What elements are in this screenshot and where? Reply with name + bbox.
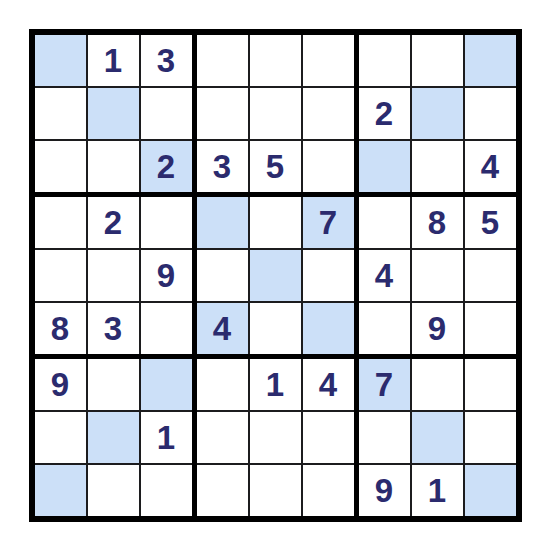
cell-r2c8[interactable]	[412, 88, 463, 139]
given-digit: 2	[157, 150, 175, 183]
cell-r2c9[interactable]	[465, 88, 516, 139]
cell-r6c6[interactable]	[303, 303, 354, 354]
cell-r2c5[interactable]	[250, 88, 301, 139]
cell-r6c1[interactable]: 8	[35, 303, 86, 354]
cell-r5c8[interactable]	[412, 250, 463, 301]
cell-r8c3[interactable]: 1	[141, 412, 192, 463]
given-digit: 9	[375, 474, 393, 507]
cell-r7c4[interactable]	[197, 359, 248, 410]
cell-r6c9[interactable]	[465, 303, 516, 354]
cell-r9c9[interactable]	[465, 465, 516, 516]
cell-r4c8[interactable]: 8	[412, 197, 463, 248]
cell-r1c2[interactable]: 1	[88, 35, 139, 86]
cell-r1c6[interactable]	[303, 35, 354, 86]
cell-r4c6[interactable]: 7	[303, 197, 354, 248]
box-2-2: 74	[197, 197, 354, 354]
cell-r9c8[interactable]: 1	[412, 465, 463, 516]
cell-r2c2[interactable]	[88, 88, 139, 139]
cell-r5c1[interactable]	[35, 250, 86, 301]
cell-r8c2[interactable]	[88, 412, 139, 463]
cell-r5c4[interactable]	[197, 250, 248, 301]
cell-r1c8[interactable]	[412, 35, 463, 86]
cell-r3c6[interactable]	[303, 141, 354, 192]
cell-r8c5[interactable]	[250, 412, 301, 463]
cell-r1c9[interactable]	[465, 35, 516, 86]
given-digit: 8	[51, 312, 69, 345]
box-1-3: 24	[359, 35, 516, 192]
cell-r3c9[interactable]: 4	[465, 141, 516, 192]
given-digit: 4	[481, 150, 499, 183]
cell-r3c8[interactable]	[412, 141, 463, 192]
given-digit: 9	[51, 368, 69, 401]
given-digit: 5	[481, 206, 499, 239]
cell-r6c7[interactable]	[359, 303, 410, 354]
cell-r6c3[interactable]	[141, 303, 192, 354]
cell-r7c2[interactable]	[88, 359, 139, 410]
cell-r7c5[interactable]: 1	[250, 359, 301, 410]
page: 132352429837485499114791	[0, 0, 550, 550]
cell-r3c3[interactable]: 2	[141, 141, 192, 192]
given-digit: 2	[375, 97, 393, 130]
cell-r3c4[interactable]: 3	[197, 141, 248, 192]
cell-r4c2[interactable]: 2	[88, 197, 139, 248]
cell-r9c2[interactable]	[88, 465, 139, 516]
cell-r1c3[interactable]: 3	[141, 35, 192, 86]
cell-r5c3[interactable]: 9	[141, 250, 192, 301]
given-digit: 1	[266, 368, 284, 401]
cell-r7c3[interactable]	[141, 359, 192, 410]
given-digit: 4	[213, 312, 231, 345]
cell-r7c6[interactable]: 4	[303, 359, 354, 410]
cell-r2c7[interactable]: 2	[359, 88, 410, 139]
cell-r9c4[interactable]	[197, 465, 248, 516]
cell-r4c7[interactable]	[359, 197, 410, 248]
box-3-1: 91	[35, 359, 192, 516]
cell-r9c3[interactable]	[141, 465, 192, 516]
cell-r5c2[interactable]	[88, 250, 139, 301]
cell-r6c4[interactable]: 4	[197, 303, 248, 354]
given-digit: 7	[375, 368, 393, 401]
given-digit: 5	[266, 150, 284, 183]
box-1-2: 35	[197, 35, 354, 192]
cell-r7c7[interactable]: 7	[359, 359, 410, 410]
given-digit: 1	[104, 44, 122, 77]
cell-r8c4[interactable]	[197, 412, 248, 463]
cell-r3c7[interactable]	[359, 141, 410, 192]
given-digit: 9	[428, 312, 446, 345]
cell-r1c5[interactable]	[250, 35, 301, 86]
cell-r6c2[interactable]: 3	[88, 303, 139, 354]
cell-r2c6[interactable]	[303, 88, 354, 139]
box-3-3: 791	[359, 359, 516, 516]
cell-r7c9[interactable]	[465, 359, 516, 410]
box-3-2: 14	[197, 359, 354, 516]
given-digit: 3	[213, 150, 231, 183]
cell-r6c8[interactable]: 9	[412, 303, 463, 354]
cell-r1c4[interactable]	[197, 35, 248, 86]
given-digit: 8	[428, 206, 446, 239]
sudoku-board: 132352429837485499114791	[29, 29, 522, 522]
cell-r5c6[interactable]	[303, 250, 354, 301]
cell-r4c3[interactable]	[141, 197, 192, 248]
cell-r3c2[interactable]	[88, 141, 139, 192]
cell-r6c5[interactable]	[250, 303, 301, 354]
cell-r5c9[interactable]	[465, 250, 516, 301]
given-digit: 9	[157, 259, 175, 292]
cell-r8c6[interactable]	[303, 412, 354, 463]
cell-r7c8[interactable]	[412, 359, 463, 410]
cell-r9c6[interactable]	[303, 465, 354, 516]
box-2-3: 8549	[359, 197, 516, 354]
cell-r8c1[interactable]	[35, 412, 86, 463]
given-digit: 4	[319, 368, 337, 401]
cell-r4c1[interactable]	[35, 197, 86, 248]
cell-r3c5[interactable]: 5	[250, 141, 301, 192]
cell-r1c7[interactable]	[359, 35, 410, 86]
given-digit: 3	[104, 312, 122, 345]
cell-r1c1[interactable]	[35, 35, 86, 86]
box-1-1: 132	[35, 35, 192, 192]
cell-r8c7[interactable]	[359, 412, 410, 463]
cell-r4c9[interactable]: 5	[465, 197, 516, 248]
given-digit: 4	[375, 259, 393, 292]
box-2-1: 2983	[35, 197, 192, 354]
given-digit: 7	[319, 206, 337, 239]
cell-r2c3[interactable]	[141, 88, 192, 139]
cell-r2c1[interactable]	[35, 88, 86, 139]
cell-r3c1[interactable]	[35, 141, 86, 192]
cell-r5c7[interactable]: 4	[359, 250, 410, 301]
cell-r4c5[interactable]	[250, 197, 301, 248]
given-digit: 1	[157, 421, 175, 454]
cell-r9c5[interactable]	[250, 465, 301, 516]
cell-r2c4[interactable]	[197, 88, 248, 139]
cell-r8c9[interactable]	[465, 412, 516, 463]
given-digit: 3	[157, 44, 175, 77]
cell-r9c7[interactable]: 9	[359, 465, 410, 516]
given-digit: 1	[428, 474, 446, 507]
cell-r7c1[interactable]: 9	[35, 359, 86, 410]
cell-r8c8[interactable]	[412, 412, 463, 463]
given-digit: 2	[104, 206, 122, 239]
cell-r4c4[interactable]	[197, 197, 248, 248]
cell-r5c5[interactable]	[250, 250, 301, 301]
cell-r9c1[interactable]	[35, 465, 86, 516]
